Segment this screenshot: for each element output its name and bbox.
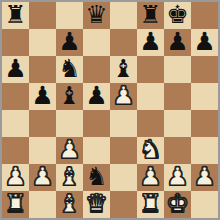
square-g2[interactable]: ♟: [164, 164, 191, 191]
square-e6[interactable]: ♝: [110, 56, 137, 83]
black-pawn-b5[interactable]: ♟: [31, 83, 53, 109]
square-b3[interactable]: [29, 137, 56, 164]
square-e7[interactable]: [110, 29, 137, 56]
square-e8[interactable]: [110, 2, 137, 29]
chess-board-frame: ♜♛♜♚♟♟♟♟♟♞♝♟♝♟♟♟♞♟♟♝♞♟♟♟♜♝♛♜♚: [0, 0, 220, 220]
square-f6[interactable]: [137, 56, 164, 83]
square-e2[interactable]: [110, 164, 137, 191]
black-rook-a8[interactable]: ♜: [4, 2, 26, 28]
black-pawn-f7[interactable]: ♟: [139, 29, 161, 55]
square-g1[interactable]: ♚: [164, 191, 191, 218]
square-a4[interactable]: [2, 110, 29, 137]
square-a2[interactable]: ♟: [2, 164, 29, 191]
square-h8[interactable]: [191, 2, 218, 29]
square-c1[interactable]: ♝: [56, 191, 83, 218]
white-king-g1[interactable]: ♚: [166, 191, 188, 217]
black-pawn-a6[interactable]: ♟: [4, 56, 26, 82]
square-g3[interactable]: [164, 137, 191, 164]
square-g4[interactable]: [164, 110, 191, 137]
white-pawn-b2[interactable]: ♟: [31, 164, 53, 190]
square-a5[interactable]: [2, 83, 29, 110]
black-king-g8[interactable]: ♚: [166, 2, 188, 28]
square-d4[interactable]: [83, 110, 110, 137]
black-knight-c6[interactable]: ♞: [58, 56, 80, 82]
square-b6[interactable]: [29, 56, 56, 83]
square-d8[interactable]: ♛: [83, 2, 110, 29]
square-f4[interactable]: [137, 110, 164, 137]
square-d1[interactable]: ♛: [83, 191, 110, 218]
square-h4[interactable]: [191, 110, 218, 137]
square-g6[interactable]: [164, 56, 191, 83]
square-a3[interactable]: [2, 137, 29, 164]
white-pawn-f2[interactable]: ♟: [139, 164, 161, 190]
white-pawn-g2[interactable]: ♟: [166, 164, 188, 190]
square-g5[interactable]: [164, 83, 191, 110]
square-b7[interactable]: [29, 29, 56, 56]
square-b4[interactable]: [29, 110, 56, 137]
square-d6[interactable]: [83, 56, 110, 83]
square-f8[interactable]: ♜: [137, 2, 164, 29]
square-e5[interactable]: ♟: [110, 83, 137, 110]
square-c3[interactable]: ♟: [56, 137, 83, 164]
square-c6[interactable]: ♞: [56, 56, 83, 83]
square-e1[interactable]: [110, 191, 137, 218]
square-a7[interactable]: [2, 29, 29, 56]
square-d5[interactable]: ♟: [83, 83, 110, 110]
black-queen-d8[interactable]: ♛: [85, 2, 107, 28]
square-h6[interactable]: [191, 56, 218, 83]
black-pawn-g7[interactable]: ♟: [166, 29, 188, 55]
chess-board: ♜♛♜♚♟♟♟♟♟♞♝♟♝♟♟♟♞♟♟♝♞♟♟♟♜♝♛♜♚: [2, 2, 218, 218]
square-h7[interactable]: ♟: [191, 29, 218, 56]
black-bishop-c5[interactable]: ♝: [58, 83, 80, 109]
square-e4[interactable]: [110, 110, 137, 137]
square-c2[interactable]: ♝: [56, 164, 83, 191]
square-h5[interactable]: [191, 83, 218, 110]
square-h2[interactable]: ♟: [191, 164, 218, 191]
white-rook-f1[interactable]: ♜: [139, 191, 161, 217]
square-d3[interactable]: [83, 137, 110, 164]
square-f7[interactable]: ♟: [137, 29, 164, 56]
square-f3[interactable]: ♞: [137, 137, 164, 164]
square-g7[interactable]: ♟: [164, 29, 191, 56]
square-d7[interactable]: [83, 29, 110, 56]
square-a8[interactable]: ♜: [2, 2, 29, 29]
square-c8[interactable]: [56, 2, 83, 29]
square-h3[interactable]: [191, 137, 218, 164]
white-pawn-a2[interactable]: ♟: [4, 164, 26, 190]
square-c4[interactable]: [56, 110, 83, 137]
square-h1[interactable]: [191, 191, 218, 218]
white-rook-a1[interactable]: ♜: [4, 191, 26, 217]
square-a6[interactable]: ♟: [2, 56, 29, 83]
square-e3[interactable]: [110, 137, 137, 164]
square-c5[interactable]: ♝: [56, 83, 83, 110]
square-a1[interactable]: ♜: [2, 191, 29, 218]
white-pawn-e5[interactable]: ♟: [112, 83, 134, 109]
square-b5[interactable]: ♟: [29, 83, 56, 110]
black-rook-f8[interactable]: ♜: [139, 2, 161, 28]
white-knight-f3[interactable]: ♞: [139, 137, 161, 163]
square-b2[interactable]: ♟: [29, 164, 56, 191]
square-d2[interactable]: ♞: [83, 164, 110, 191]
square-c7[interactable]: ♟: [56, 29, 83, 56]
white-pawn-h2[interactable]: ♟: [193, 164, 215, 190]
square-b1[interactable]: [29, 191, 56, 218]
black-bishop-e6[interactable]: ♝: [112, 56, 134, 82]
white-pawn-c3[interactable]: ♟: [58, 137, 80, 163]
square-f2[interactable]: ♟: [137, 164, 164, 191]
square-f1[interactable]: ♜: [137, 191, 164, 218]
square-g8[interactable]: ♚: [164, 2, 191, 29]
square-f5[interactable]: [137, 83, 164, 110]
black-pawn-c7[interactable]: ♟: [58, 29, 80, 55]
white-bishop-c1[interactable]: ♝: [58, 191, 80, 217]
black-pawn-h7[interactable]: ♟: [193, 29, 215, 55]
black-pawn-d5[interactable]: ♟: [85, 83, 107, 109]
black-knight-d2[interactable]: ♞: [85, 164, 107, 190]
white-bishop-c2[interactable]: ♝: [58, 164, 80, 190]
square-b8[interactable]: [29, 2, 56, 29]
white-queen-d1[interactable]: ♛: [85, 191, 107, 217]
